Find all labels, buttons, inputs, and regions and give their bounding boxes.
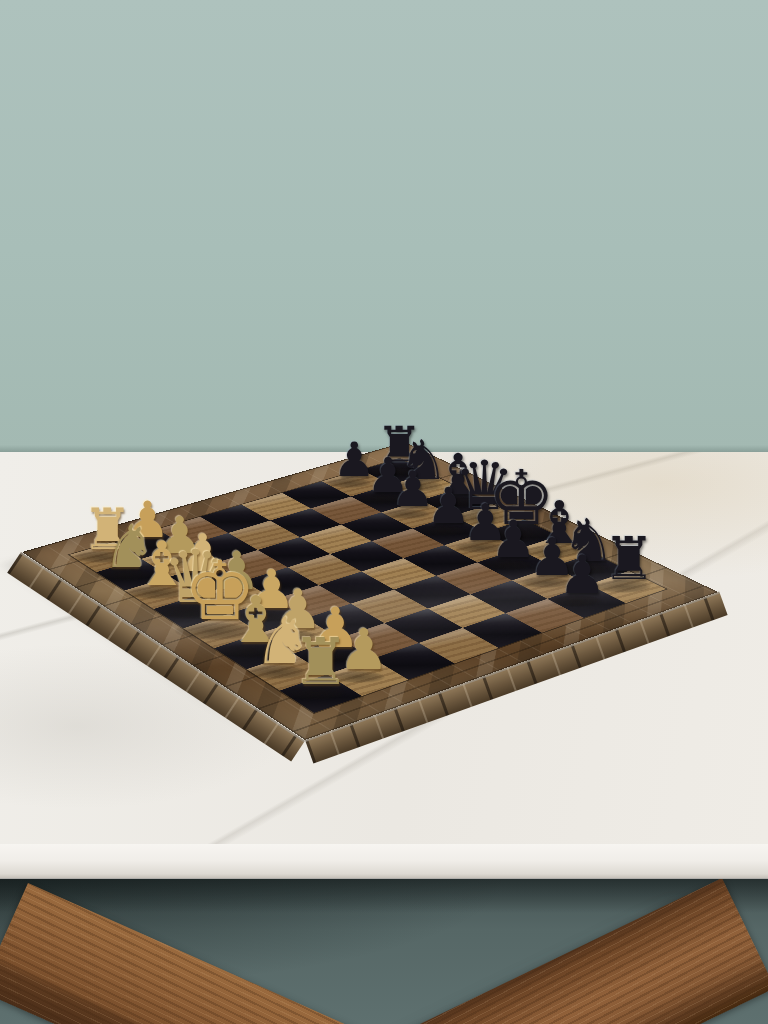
table-leg-right <box>299 879 768 1024</box>
table-leg-left <box>0 883 439 1024</box>
wall <box>0 0 768 452</box>
white-rook-h1[interactable]: ♜ <box>282 630 359 694</box>
black-pawn-h7[interactable]: ♟ <box>551 549 615 602</box>
under-table-area <box>0 879 768 1024</box>
marble-table-edge <box>0 844 768 879</box>
scene: ♜♞♝♛♚♝♞♜♟♟♟♟♟♟♟♟♟♟♟♟♟♟♟♟♜♞♝♛♚♝♞♜ <box>0 0 768 1024</box>
